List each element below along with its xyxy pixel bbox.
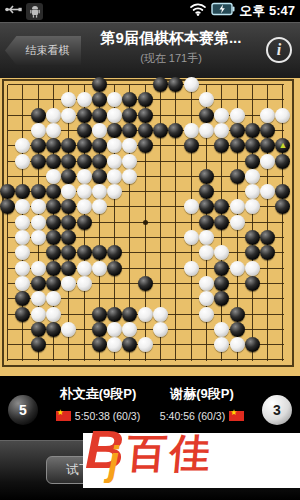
stone-black — [77, 138, 92, 153]
stone-black — [138, 92, 153, 107]
stone-black — [214, 276, 229, 291]
stone-black — [46, 230, 61, 245]
stone-white — [61, 108, 76, 123]
stone-black — [31, 108, 46, 123]
stone-black — [153, 123, 168, 138]
stone-black — [230, 169, 245, 184]
stone-black — [230, 138, 245, 153]
stone-white — [153, 322, 168, 337]
android-icon — [26, 3, 43, 20]
stone-black — [46, 184, 61, 199]
stone-black — [92, 337, 107, 352]
stone-black — [138, 138, 153, 153]
black-player-info: 朴文垚(9段P) ★ 5:50:38 (60/3) — [42, 385, 154, 422]
stone-white — [230, 199, 245, 214]
end-watching-button[interactable]: 结束看棋 — [5, 36, 81, 65]
stone-white — [230, 108, 245, 123]
stone-white — [92, 261, 107, 276]
stone-white — [92, 184, 107, 199]
star-point — [143, 220, 148, 225]
stone-black — [107, 307, 122, 322]
stone-black — [214, 261, 229, 276]
stone-black — [61, 154, 76, 169]
stone-white — [15, 261, 30, 276]
stone-white — [122, 154, 137, 169]
stone-white — [245, 169, 260, 184]
stone-black — [199, 108, 214, 123]
battery-charging-icon — [211, 2, 235, 20]
white-player-name: 谢赫(9段P) — [146, 385, 258, 403]
stone-black — [31, 337, 46, 352]
stone-white — [46, 123, 61, 138]
white-player-info: 谢赫(9段P) 5:40:56 (60/3) ★ — [146, 385, 258, 422]
stone-white — [184, 199, 199, 214]
stone-black — [260, 230, 275, 245]
stone-white — [107, 154, 122, 169]
stone-white — [245, 184, 260, 199]
stone-black — [31, 154, 46, 169]
stone-white — [184, 123, 199, 138]
stone-black — [107, 123, 122, 138]
stone-white — [31, 215, 46, 230]
stone-black — [138, 108, 153, 123]
stone-white — [92, 123, 107, 138]
stone-black — [0, 184, 15, 199]
stone-white — [107, 108, 122, 123]
stone-white — [184, 230, 199, 245]
title-bar: 结束看棋 第9届倡棋杯本赛第... (现在 171手) i — [0, 22, 300, 78]
stone-black — [46, 261, 61, 276]
white-player-clock: 5:40:56 (60/3) — [160, 410, 225, 422]
last-move-marker: ▲ — [278, 141, 287, 150]
stone-white — [31, 307, 46, 322]
stone-white — [46, 108, 61, 123]
stone-black — [199, 184, 214, 199]
stone-black — [245, 138, 260, 153]
stone-white — [214, 322, 229, 337]
stone-black — [77, 215, 92, 230]
stone-black — [61, 215, 76, 230]
stone-black — [92, 169, 107, 184]
stone-white — [46, 291, 61, 306]
stone-white — [31, 291, 46, 306]
stone-white — [199, 291, 214, 306]
stone-white — [77, 92, 92, 107]
stone-white — [138, 307, 153, 322]
stone-white — [275, 108, 290, 123]
stone-black — [122, 307, 137, 322]
stone-black — [275, 154, 290, 169]
stone-white — [260, 154, 275, 169]
stone-black — [138, 123, 153, 138]
stone-black — [92, 154, 107, 169]
stone-black — [77, 123, 92, 138]
stone-white — [77, 199, 92, 214]
wifi-icon — [189, 2, 207, 20]
page-title: 第9届倡棋杯本赛第... — [82, 29, 260, 48]
stone-white — [31, 123, 46, 138]
stone-white — [153, 307, 168, 322]
stone-black — [199, 169, 214, 184]
stone-white — [77, 261, 92, 276]
stone-black — [92, 307, 107, 322]
usb-icon — [5, 2, 22, 20]
stone-black — [230, 307, 245, 322]
info-icon[interactable]: i — [266, 37, 292, 63]
stone-white — [214, 123, 229, 138]
status-bar: 오후 5:47 — [0, 0, 300, 22]
stone-white — [15, 154, 30, 169]
watermark-letter-j: j — [108, 441, 119, 481]
stone-black — [46, 138, 61, 153]
stone-white — [15, 215, 30, 230]
china-flag-icon: ★ — [229, 411, 244, 421]
stone-black — [92, 245, 107, 260]
stone-white — [184, 77, 199, 92]
black-captures-badge: 5 — [8, 395, 38, 425]
stone-black — [77, 245, 92, 260]
stone-black — [230, 322, 245, 337]
stone-black — [31, 276, 46, 291]
watermark-chinese-text: 百佳 — [125, 431, 215, 475]
grid-line — [8, 359, 284, 360]
app-screen: 오후 5:47 结束看棋 第9届倡棋杯本赛第... (现在 171手) i ▲ … — [0, 0, 300, 500]
stone-white — [199, 230, 214, 245]
stone-black — [107, 261, 122, 276]
grid-line — [282, 85, 283, 361]
stone-white — [107, 322, 122, 337]
stone-black — [92, 322, 107, 337]
stone-black — [184, 138, 199, 153]
stone-black — [245, 245, 260, 260]
stone-white — [230, 261, 245, 276]
stone-black — [15, 307, 30, 322]
stone-black — [31, 138, 46, 153]
stone-black — [46, 322, 61, 337]
stone-black — [245, 276, 260, 291]
stone-white — [199, 276, 214, 291]
stone-black — [46, 215, 61, 230]
stone-black — [46, 154, 61, 169]
stone-white — [199, 307, 214, 322]
stone-black — [77, 154, 92, 169]
stone-white — [245, 261, 260, 276]
stone-white — [46, 169, 61, 184]
china-flag-icon: ★ — [56, 411, 71, 421]
watermark-logo: B j 百佳 — [83, 433, 300, 488]
stone-white — [138, 337, 153, 352]
grid-line — [7, 85, 8, 361]
clock-text: 오후 5:47 — [239, 2, 295, 20]
stone-white — [61, 322, 76, 337]
stone-white — [31, 199, 46, 214]
stone-black — [92, 138, 107, 153]
stone-black — [92, 77, 107, 92]
stone-black — [260, 123, 275, 138]
stone-black — [199, 215, 214, 230]
stone-black — [92, 108, 107, 123]
stone-white — [77, 276, 92, 291]
stone-black — [77, 108, 92, 123]
stone-white — [199, 123, 214, 138]
go-board[interactable]: ▲ — [0, 78, 300, 376]
stone-white — [61, 276, 76, 291]
stone-white — [77, 169, 92, 184]
stone-white — [230, 215, 245, 230]
stone-black — [31, 184, 46, 199]
stone-black — [214, 215, 229, 230]
stone-white — [230, 337, 245, 352]
stone-white — [31, 261, 46, 276]
stone-black — [61, 261, 76, 276]
stone-black — [245, 337, 260, 352]
stone-white — [107, 169, 122, 184]
white-captures-badge: 3 — [262, 395, 292, 425]
stone-white — [46, 307, 61, 322]
stone-white — [214, 108, 229, 123]
stone-black — [153, 77, 168, 92]
stone-black — [245, 154, 260, 169]
stone-black — [230, 123, 245, 138]
grid-line — [8, 84, 284, 85]
stone-black — [46, 276, 61, 291]
black-player-name: 朴文垚(9段P) — [42, 385, 154, 403]
stone-black — [61, 169, 76, 184]
stone-white — [260, 108, 275, 123]
stone-black — [122, 108, 137, 123]
stone-black — [31, 322, 46, 337]
stone-black — [245, 123, 260, 138]
stone-white — [184, 261, 199, 276]
stone-white — [77, 184, 92, 199]
stone-black — [138, 276, 153, 291]
stone-black — [92, 92, 107, 107]
move-counter: (现在 171手) — [82, 51, 260, 66]
stone-black — [245, 230, 260, 245]
stone-white — [31, 230, 46, 245]
